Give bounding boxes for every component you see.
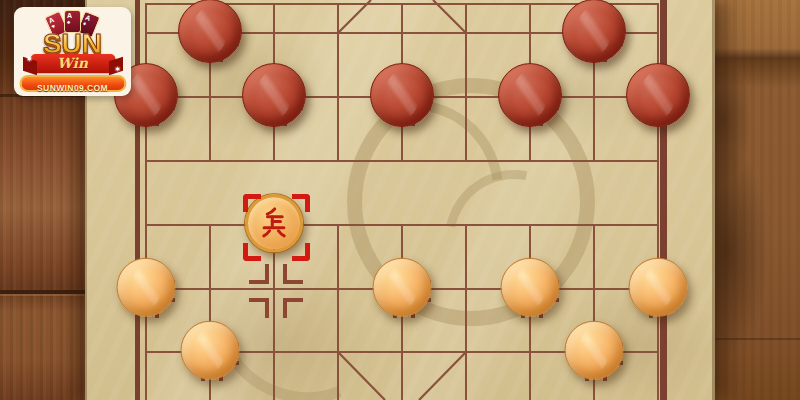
xiangqi-game-screen: A ♥ A ♠ A ♦ SUN ✶ ✶ Win SUNWIN09.COM — [0, 0, 800, 400]
hidden-piece-dark[interactable] — [178, 0, 242, 63]
soldier-character-glyph — [257, 206, 291, 240]
hidden-piece-light[interactable] — [373, 258, 432, 317]
board-outer-border-right — [660, 0, 667, 400]
logo-ribbon: Win — [30, 54, 116, 73]
card-rank: A — [67, 12, 72, 19]
point-marker — [283, 298, 303, 318]
hidden-piece-light[interactable] — [181, 321, 240, 380]
selection-bracket — [292, 243, 310, 261]
point-marker — [249, 298, 269, 318]
hidden-piece-dark[interactable] — [562, 0, 626, 63]
point-marker — [283, 264, 303, 284]
ace-card: A ♠ — [64, 10, 81, 33]
selection-bracket — [292, 194, 310, 212]
file-line — [465, 225, 467, 400]
sparkle-icon: ✶ — [26, 55, 33, 64]
hidden-piece-dark[interactable] — [370, 63, 434, 127]
board-outer-border-left — [135, 0, 140, 400]
sparkle-icon: ✶ — [114, 65, 121, 74]
hidden-piece-light[interactable] — [501, 258, 560, 317]
point-marker — [249, 264, 269, 284]
file-line — [465, 3, 467, 161]
board-right-edge — [712, 0, 715, 400]
selection-bracket — [243, 194, 261, 212]
logo-ribbon-text: Win — [57, 55, 88, 71]
sunwin-logo: A ♥ A ♠ A ♦ SUN ✶ ✶ Win SUNWIN09.COM — [14, 7, 131, 96]
selection-bracket — [243, 243, 261, 261]
hidden-piece-light[interactable] — [629, 258, 688, 317]
domain-text: SUNWIN09.COM — [37, 83, 108, 93]
domain-badge[interactable]: SUNWIN09.COM — [19, 75, 126, 92]
hidden-piece-light[interactable] — [565, 321, 624, 380]
hidden-piece-dark[interactable] — [626, 63, 690, 127]
file-line — [337, 225, 339, 400]
table-wood-right — [715, 0, 800, 400]
file-line — [337, 3, 339, 161]
hidden-piece-light[interactable] — [117, 258, 176, 317]
hidden-piece-dark[interactable] — [242, 63, 306, 127]
card-suit-icon: ♠ — [67, 19, 80, 25]
hidden-piece-dark[interactable] — [498, 63, 562, 127]
